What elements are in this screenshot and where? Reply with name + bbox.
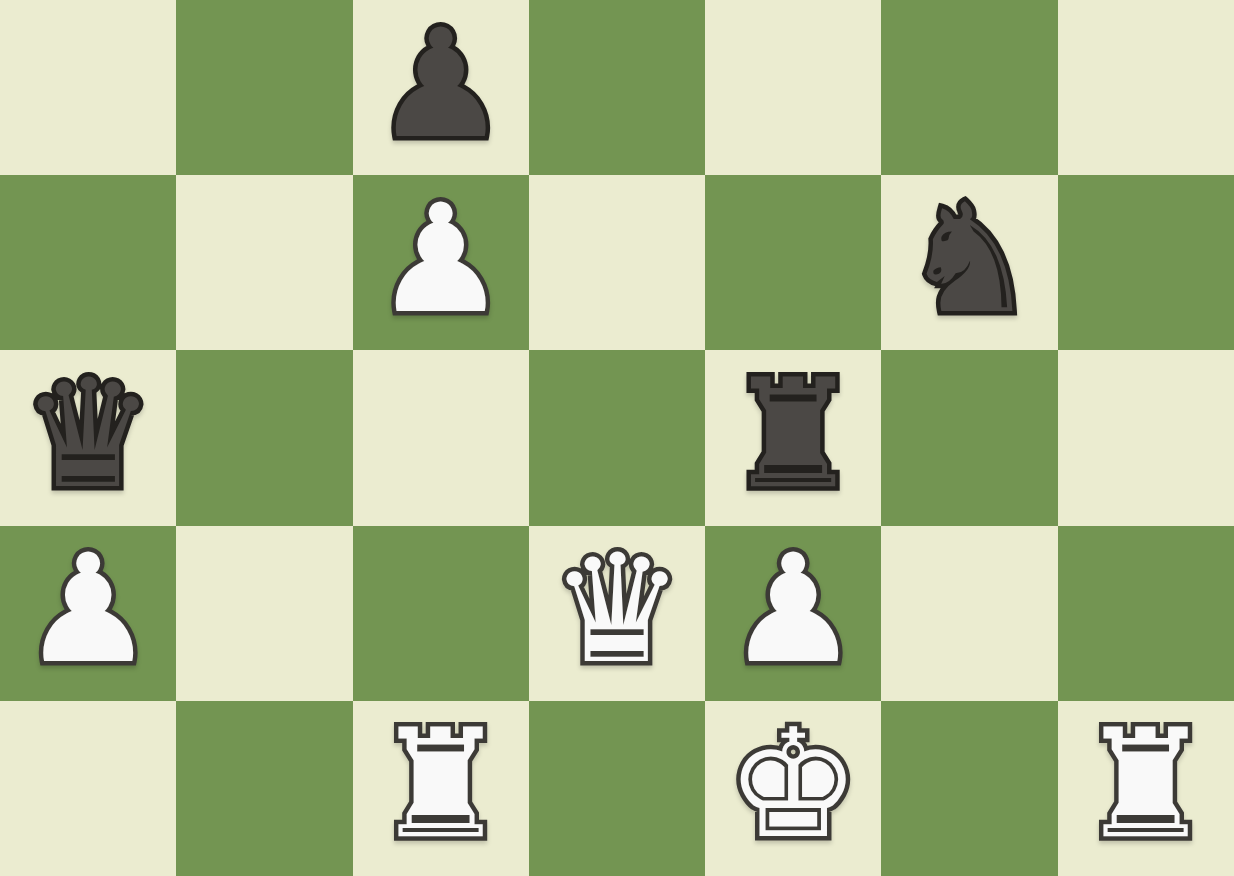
square-h3[interactable] bbox=[1058, 350, 1234, 525]
square-f2[interactable]: ♟ bbox=[705, 526, 881, 701]
square-e2[interactable]: ♛ bbox=[529, 526, 705, 701]
square-b5[interactable] bbox=[0, 0, 176, 175]
square-c1[interactable] bbox=[176, 701, 352, 876]
square-d1[interactable]: ♜ bbox=[353, 701, 529, 876]
square-b4[interactable] bbox=[0, 175, 176, 350]
square-h2[interactable] bbox=[1058, 526, 1234, 701]
square-b3[interactable]: ♛ bbox=[0, 350, 176, 525]
square-c4[interactable] bbox=[176, 175, 352, 350]
black-knight-piece[interactable]: ♞ bbox=[902, 184, 1036, 334]
square-d4[interactable]: ♟ bbox=[353, 175, 529, 350]
square-g5[interactable] bbox=[881, 0, 1057, 175]
white-king-piece[interactable]: ♚ bbox=[726, 709, 860, 859]
square-c5[interactable] bbox=[176, 0, 352, 175]
square-d2[interactable] bbox=[353, 526, 529, 701]
white-pawn-piece[interactable]: ♟ bbox=[21, 534, 155, 684]
square-g4[interactable]: ♞ bbox=[881, 175, 1057, 350]
square-e5[interactable] bbox=[529, 0, 705, 175]
black-queen-piece[interactable]: ♛ bbox=[21, 359, 155, 509]
square-d3[interactable] bbox=[353, 350, 529, 525]
square-g1[interactable] bbox=[881, 701, 1057, 876]
square-d5[interactable]: ♟ bbox=[353, 0, 529, 175]
square-f1[interactable]: ♚ bbox=[705, 701, 881, 876]
square-f5[interactable] bbox=[705, 0, 881, 175]
square-b1[interactable] bbox=[0, 701, 176, 876]
square-h5[interactable] bbox=[1058, 0, 1234, 175]
chess-board[interactable]: ♟♟♞♛♜♟♛♟♜♚♜ bbox=[0, 0, 1234, 876]
square-h1[interactable]: ♜ bbox=[1058, 701, 1234, 876]
square-b2[interactable]: ♟ bbox=[0, 526, 176, 701]
square-h4[interactable] bbox=[1058, 175, 1234, 350]
square-f3[interactable]: ♜ bbox=[705, 350, 881, 525]
square-e4[interactable] bbox=[529, 175, 705, 350]
white-pawn-piece[interactable]: ♟ bbox=[726, 534, 860, 684]
white-pawn-piece[interactable]: ♟ bbox=[373, 184, 507, 334]
square-c3[interactable] bbox=[176, 350, 352, 525]
square-g3[interactable] bbox=[881, 350, 1057, 525]
white-rook-piece[interactable]: ♜ bbox=[1079, 709, 1213, 859]
white-queen-piece[interactable]: ♛ bbox=[550, 534, 684, 684]
square-c2[interactable] bbox=[176, 526, 352, 701]
square-f4[interactable] bbox=[705, 175, 881, 350]
black-rook-piece[interactable]: ♜ bbox=[726, 359, 860, 509]
white-rook-piece[interactable]: ♜ bbox=[373, 709, 507, 859]
black-pawn-piece[interactable]: ♟ bbox=[373, 9, 507, 159]
square-g2[interactable] bbox=[881, 526, 1057, 701]
square-e1[interactable] bbox=[529, 701, 705, 876]
square-e3[interactable] bbox=[529, 350, 705, 525]
